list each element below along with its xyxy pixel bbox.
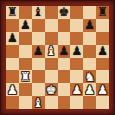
square-h6[interactable] [96, 32, 109, 45]
square-a5[interactable] [6, 45, 19, 58]
square-e4[interactable] [58, 58, 71, 71]
piece-black-pawn-c5[interactable]: ♟ [33, 45, 44, 57]
square-c7[interactable] [32, 19, 45, 32]
square-c2[interactable] [32, 83, 45, 96]
square-d5[interactable]: ♝ [45, 45, 58, 58]
square-b3[interactable]: ♜ [19, 70, 32, 83]
piece-white-bishop-d5[interactable]: ♝ [46, 45, 57, 57]
square-f5[interactable]: ♟ [70, 45, 83, 58]
square-f1[interactable] [70, 96, 83, 109]
chess-board-frame: ♜♝♚♜♟♟♟♟♝♟♟♟♜♞♟♚♟♟♟♝ [0, 0, 115, 115]
square-a4[interactable] [6, 58, 19, 71]
square-b8[interactable] [19, 6, 32, 19]
square-f6[interactable] [70, 32, 83, 45]
square-b7[interactable]: ♟ [19, 19, 32, 32]
square-h3[interactable] [96, 70, 109, 83]
chess-board: ♜♝♚♜♟♟♟♟♝♟♟♟♜♞♟♚♟♟♟♝ [6, 6, 109, 109]
piece-white-knight-g3[interactable]: ♞ [84, 70, 95, 82]
square-d8[interactable] [45, 6, 58, 19]
piece-white-pawn-f2[interactable]: ♟ [71, 83, 82, 95]
piece-black-pawn-a6[interactable]: ♟ [7, 32, 18, 44]
square-f2[interactable]: ♟ [70, 83, 83, 96]
square-g7[interactable]: ♟ [83, 19, 96, 32]
piece-black-rook-h8[interactable]: ♜ [97, 6, 108, 18]
square-f7[interactable] [70, 19, 83, 32]
square-c3[interactable] [32, 70, 45, 83]
square-c1[interactable]: ♝ [32, 96, 45, 109]
piece-white-rook-b3[interactable]: ♜ [20, 70, 31, 82]
square-h1[interactable] [96, 96, 109, 109]
square-b1[interactable] [19, 96, 32, 109]
piece-white-bishop-c1[interactable]: ♝ [33, 96, 44, 108]
square-c4[interactable] [32, 58, 45, 71]
square-b2[interactable] [19, 83, 32, 96]
square-g4[interactable] [83, 58, 96, 71]
square-g5[interactable] [83, 45, 96, 58]
square-d2[interactable]: ♚ [45, 83, 58, 96]
square-g6[interactable] [83, 32, 96, 45]
square-e6[interactable] [58, 32, 71, 45]
piece-black-pawn-f5[interactable]: ♟ [71, 45, 82, 57]
square-e3[interactable] [58, 70, 71, 83]
square-h5[interactable]: ♟ [96, 45, 109, 58]
square-d7[interactable] [45, 19, 58, 32]
square-c5[interactable]: ♟ [32, 45, 45, 58]
square-e2[interactable] [58, 83, 71, 96]
square-e5[interactable]: ♟ [58, 45, 71, 58]
square-b4[interactable] [19, 58, 32, 71]
square-e8[interactable]: ♚ [58, 6, 71, 19]
square-g1[interactable] [83, 96, 96, 109]
square-d1[interactable] [45, 96, 58, 109]
piece-black-pawn-h5[interactable]: ♟ [97, 45, 108, 57]
square-a6[interactable]: ♟ [6, 32, 19, 45]
square-a8[interactable]: ♜ [6, 6, 19, 19]
square-h7[interactable] [96, 19, 109, 32]
square-f4[interactable] [70, 58, 83, 71]
square-d3[interactable] [45, 70, 58, 83]
square-d4[interactable] [45, 58, 58, 71]
square-a1[interactable] [6, 96, 19, 109]
square-f3[interactable] [70, 70, 83, 83]
square-g2[interactable]: ♟ [83, 83, 96, 96]
square-h2[interactable]: ♟ [96, 83, 109, 96]
square-c8[interactable]: ♝ [32, 6, 45, 19]
piece-black-pawn-g7[interactable]: ♟ [84, 19, 95, 31]
square-e7[interactable] [58, 19, 71, 32]
piece-black-rook-a8[interactable]: ♜ [7, 6, 18, 18]
piece-white-pawn-h2[interactable]: ♟ [97, 83, 108, 95]
piece-white-pawn-a2[interactable]: ♟ [7, 83, 18, 95]
square-b6[interactable] [19, 32, 32, 45]
piece-black-pawn-b7[interactable]: ♟ [20, 19, 31, 31]
piece-black-pawn-e5[interactable]: ♟ [59, 45, 70, 57]
piece-black-bishop-c8[interactable]: ♝ [33, 6, 44, 18]
square-g3[interactable]: ♞ [83, 70, 96, 83]
square-e1[interactable] [58, 96, 71, 109]
piece-white-king-d2[interactable]: ♚ [46, 83, 57, 95]
piece-white-pawn-g2[interactable]: ♟ [84, 83, 95, 95]
square-g8[interactable] [83, 6, 96, 19]
piece-black-king-e8[interactable]: ♚ [59, 6, 70, 18]
square-d6[interactable] [45, 32, 58, 45]
square-h4[interactable] [96, 58, 109, 71]
square-a3[interactable] [6, 70, 19, 83]
square-c6[interactable] [32, 32, 45, 45]
square-b5[interactable] [19, 45, 32, 58]
square-h8[interactable]: ♜ [96, 6, 109, 19]
square-a7[interactable] [6, 19, 19, 32]
square-a2[interactable]: ♟ [6, 83, 19, 96]
square-f8[interactable] [70, 6, 83, 19]
